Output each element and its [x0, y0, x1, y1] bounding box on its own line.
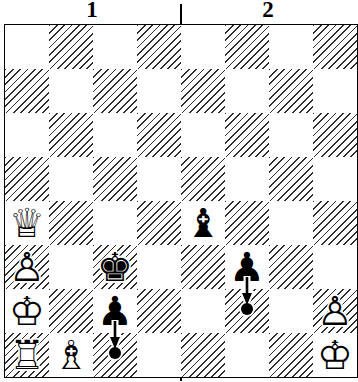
square-c5 — [93, 157, 137, 201]
black-bishop-glyph: ♝ — [181, 201, 225, 245]
square-h5 — [313, 157, 357, 201]
white-pawn-glyph: ♙ — [313, 289, 357, 333]
square-e5 — [181, 157, 225, 201]
piece-white-pawn-h2: ♟♙ — [313, 289, 357, 333]
square-f7 — [225, 69, 269, 113]
square-b4 — [49, 201, 93, 245]
square-a8 — [5, 25, 49, 69]
square-f2 — [225, 289, 269, 333]
piece-black-pawn-f3: ♟♟ — [225, 245, 269, 289]
square-h6 — [313, 113, 357, 157]
square-a6 — [5, 113, 49, 157]
diagram-1-number: 1 — [4, 0, 180, 22]
piece-black-pawn-c2: ♟♟ — [93, 289, 137, 333]
white-king-glyph: ♔ — [5, 289, 49, 333]
square-a7 — [5, 69, 49, 113]
square-e3 — [181, 245, 225, 289]
square-e6 — [181, 113, 225, 157]
white-queen-glyph: ♕ — [5, 201, 49, 245]
square-d1 — [137, 333, 181, 377]
square-b5 — [49, 157, 93, 201]
square-f8 — [225, 25, 269, 69]
piece-black-bishop-e4: ♝♝ — [181, 201, 225, 245]
square-g8 — [269, 25, 313, 69]
square-g6 — [269, 113, 313, 157]
square-d4 — [137, 201, 181, 245]
white-king-glyph: ♔ — [313, 333, 357, 377]
white-rook-glyph: ♖ — [5, 333, 49, 377]
white-pawn-glyph: ♙ — [5, 245, 49, 289]
square-d3 — [137, 245, 181, 289]
square-b7 — [49, 69, 93, 113]
square-f1 — [225, 333, 269, 377]
square-c4 — [93, 201, 137, 245]
square-b8 — [49, 25, 93, 69]
square-c6 — [93, 113, 137, 157]
square-c7 — [93, 69, 137, 113]
square-h3 — [313, 245, 357, 289]
square-e8 — [181, 25, 225, 69]
square-d6 — [137, 113, 181, 157]
square-d5 — [137, 157, 181, 201]
piece-white-bishop-b1: ♝♗ — [49, 333, 93, 377]
square-d7 — [137, 69, 181, 113]
square-b6 — [49, 113, 93, 157]
square-f4 — [225, 201, 269, 245]
square-d8 — [137, 25, 181, 69]
square-d2 — [137, 289, 181, 333]
square-g1 — [269, 333, 313, 377]
square-g2 — [269, 289, 313, 333]
piece-white-king-a2: ♚♔ — [5, 289, 49, 333]
piece-white-queen-a4: ♛♕ — [5, 201, 49, 245]
white-bishop-glyph: ♗ — [49, 333, 93, 377]
square-c8 — [93, 25, 137, 69]
square-g5 — [269, 157, 313, 201]
square-f6 — [225, 113, 269, 157]
square-b3 — [49, 245, 93, 289]
square-f5 — [225, 157, 269, 201]
square-a5 — [5, 157, 49, 201]
square-h7 — [313, 69, 357, 113]
square-b2 — [49, 289, 93, 333]
square-e1 — [181, 333, 225, 377]
square-h8 — [313, 25, 357, 69]
piece-black-king-c3: ♚♚ — [93, 245, 137, 289]
square-e2 — [181, 289, 225, 333]
piece-white-rook-a1: ♜♖ — [5, 333, 49, 377]
square-e7 — [181, 69, 225, 113]
square-c1 — [93, 333, 137, 377]
square-h4 — [313, 201, 357, 245]
chess-board: ♛♕♟♙♚♚♚♔♟♟♜♖♝♗♝♝♟♟♟♙♚♔ — [4, 24, 358, 378]
diagram-2-number: 2 — [180, 0, 356, 22]
piece-white-king-h1: ♚♔ — [313, 333, 357, 377]
black-pawn-glyph: ♟ — [93, 289, 137, 333]
square-g4 — [269, 201, 313, 245]
square-g7 — [269, 69, 313, 113]
black-pawn-glyph: ♟ — [225, 245, 269, 289]
chess-diagram-pair: 1 2 ♛♕♟♙♚♚♚♔♟♟♜♖♝♗♝♝♟♟♟♙♚♔ — [0, 0, 358, 382]
square-g3 — [269, 245, 313, 289]
black-king-glyph: ♚ — [93, 245, 137, 289]
piece-white-pawn-a3: ♟♙ — [5, 245, 49, 289]
